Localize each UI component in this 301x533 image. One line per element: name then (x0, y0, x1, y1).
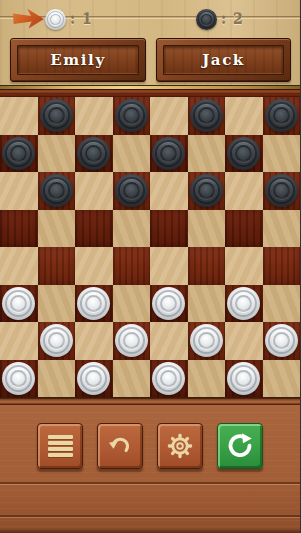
square-r0c0[interactable] (0, 97, 38, 135)
board-bottom-rail (0, 397, 300, 405)
square-r2c3[interactable] (113, 172, 151, 210)
square-r1c5[interactable] (188, 135, 226, 173)
square-r1c6[interactable] (225, 135, 263, 173)
square-r2c0[interactable] (0, 172, 38, 210)
square-r2c1[interactable] (38, 172, 76, 210)
square-r0c4[interactable] (150, 97, 188, 135)
white-piece[interactable] (227, 287, 260, 320)
black-checker-icon (196, 9, 217, 30)
square-r3c4[interactable] (150, 210, 188, 248)
square-r3c5[interactable] (188, 210, 226, 248)
black-piece[interactable] (152, 137, 185, 170)
square-r1c0[interactable] (0, 135, 38, 173)
turn-indicator-arrow-icon (13, 8, 44, 29)
square-r4c6[interactable] (225, 247, 263, 285)
square-r0c1[interactable] (38, 97, 76, 135)
board-top-rail (0, 90, 300, 97)
black-piece[interactable] (2, 137, 35, 170)
square-r3c7[interactable] (263, 210, 301, 248)
black-piece[interactable] (190, 174, 223, 207)
restart-arrow-icon (225, 431, 255, 461)
black-piece[interactable] (115, 99, 148, 132)
player-name-emily: Emily (50, 51, 105, 69)
footer-shade (0, 528, 300, 533)
settings-button[interactable] (157, 423, 203, 469)
checkers-board (0, 97, 300, 397)
white-piece[interactable] (77, 362, 110, 395)
square-r6c0[interactable] (0, 322, 38, 360)
white-piece[interactable] (40, 324, 73, 357)
black-piece[interactable] (115, 174, 148, 207)
square-r3c1[interactable] (38, 210, 76, 248)
plank-seam (0, 515, 300, 518)
square-r5c4[interactable] (150, 285, 188, 323)
square-r4c5[interactable] (188, 247, 226, 285)
black-piece[interactable] (77, 137, 110, 170)
square-r7c6[interactable] (225, 360, 263, 398)
square-r6c7[interactable] (263, 322, 301, 360)
square-r7c4[interactable] (150, 360, 188, 398)
square-r0c5[interactable] (188, 97, 226, 135)
square-r5c6[interactable] (225, 285, 263, 323)
square-r2c2[interactable] (75, 172, 113, 210)
square-r5c7[interactable] (263, 285, 301, 323)
black-piece[interactable] (190, 99, 223, 132)
square-r5c5[interactable] (188, 285, 226, 323)
white-piece[interactable] (2, 362, 35, 395)
square-r0c6[interactable] (225, 97, 263, 135)
square-r6c4[interactable] (150, 322, 188, 360)
square-r0c3[interactable] (113, 97, 151, 135)
square-r1c4[interactable] (150, 135, 188, 173)
white-piece[interactable] (227, 362, 260, 395)
restart-button[interactable] (217, 423, 263, 469)
square-r7c5[interactable] (188, 360, 226, 398)
undo-arrow-icon (106, 432, 134, 460)
square-r3c3[interactable] (113, 210, 151, 248)
square-r3c6[interactable] (225, 210, 263, 248)
player-name-jack: Jack (202, 51, 245, 69)
square-r4c7[interactable] (263, 247, 301, 285)
square-r3c0[interactable] (0, 210, 38, 248)
square-r2c6[interactable] (225, 172, 263, 210)
white-score-label: : 1 (70, 11, 93, 27)
square-r1c7[interactable] (263, 135, 301, 173)
white-piece[interactable] (2, 287, 35, 320)
checkers-app: : 1 : 2 Emily Jack (0, 0, 300, 533)
square-r6c2[interactable] (75, 322, 113, 360)
square-r2c4[interactable] (150, 172, 188, 210)
black-piece[interactable] (40, 174, 73, 207)
square-r7c7[interactable] (263, 360, 301, 398)
header: : 1 : 2 Emily Jack (0, 0, 300, 85)
square-r6c5[interactable] (188, 322, 226, 360)
square-r2c5[interactable] (188, 172, 226, 210)
black-piece[interactable] (40, 99, 73, 132)
black-piece[interactable] (227, 137, 260, 170)
square-r5c1[interactable] (38, 285, 76, 323)
square-r1c1[interactable] (38, 135, 76, 173)
white-piece[interactable] (190, 324, 223, 357)
black-score: : 2 (196, 8, 244, 30)
square-r5c3[interactable] (113, 285, 151, 323)
square-r4c0[interactable] (0, 247, 38, 285)
square-r5c0[interactable] (0, 285, 38, 323)
square-r4c4[interactable] (150, 247, 188, 285)
white-piece[interactable] (152, 287, 185, 320)
square-r6c3[interactable] (113, 322, 151, 360)
square-r1c3[interactable] (113, 135, 151, 173)
black-piece[interactable] (265, 99, 298, 132)
square-r6c6[interactable] (225, 322, 263, 360)
menu-button[interactable] (37, 423, 83, 469)
square-r0c2[interactable] (75, 97, 113, 135)
plank-seam (0, 482, 300, 485)
square-r7c1[interactable] (38, 360, 76, 398)
square-r7c2[interactable] (75, 360, 113, 398)
player-plate-jack: Jack (156, 38, 291, 82)
black-piece[interactable] (265, 174, 298, 207)
white-piece[interactable] (77, 287, 110, 320)
black-score-label: : 2 (221, 11, 244, 27)
player-plate-emily: Emily (10, 38, 146, 82)
white-piece[interactable] (152, 362, 185, 395)
footer (0, 405, 300, 533)
square-r5c2[interactable] (75, 285, 113, 323)
white-score: : 1 (45, 8, 93, 30)
square-r1c2[interactable] (75, 135, 113, 173)
hamburger-icon (48, 435, 73, 457)
square-r7c0[interactable] (0, 360, 38, 398)
square-r7c3[interactable] (113, 360, 151, 398)
square-r4c2[interactable] (75, 247, 113, 285)
white-checker-icon (45, 9, 66, 30)
toolbar (0, 423, 300, 469)
gear-icon (166, 432, 194, 460)
white-piece[interactable] (115, 324, 148, 357)
square-r2c7[interactable] (263, 172, 301, 210)
square-r0c7[interactable] (263, 97, 301, 135)
white-piece[interactable] (265, 324, 298, 357)
square-r4c1[interactable] (38, 247, 76, 285)
square-r6c1[interactable] (38, 322, 76, 360)
undo-button[interactable] (97, 423, 143, 469)
square-r4c3[interactable] (113, 247, 151, 285)
square-r3c2[interactable] (75, 210, 113, 248)
